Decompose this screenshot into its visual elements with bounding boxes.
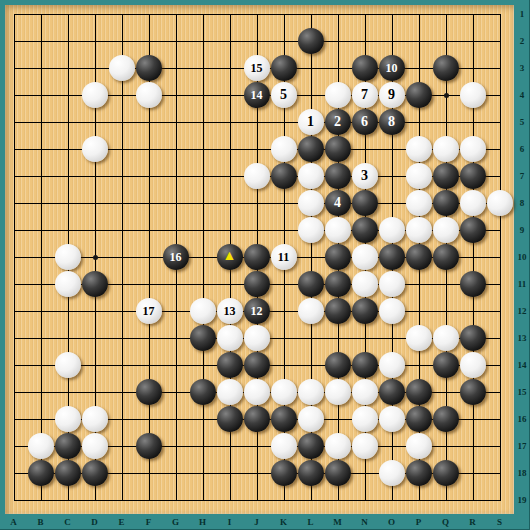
move-number-label: 8 [388,115,395,129]
white-stone-D4[interactable] [82,82,108,108]
black-stone-R9[interactable] [460,217,486,243]
black-stone-Q7[interactable] [433,163,459,189]
black-stone-N14[interactable] [352,352,378,378]
row-label-6: 6 [520,144,525,154]
black-stone-N9[interactable] [352,217,378,243]
black-stone-F3[interactable] [136,55,162,81]
black-stone-O15[interactable] [379,379,405,405]
column-label-A: A [10,517,17,527]
row-label-19: 19 [518,495,527,505]
black-stone-N5[interactable]: 6 [352,109,378,135]
row-label-12: 12 [518,306,527,316]
row-label-9: 9 [520,225,525,235]
white-stone-P9[interactable] [406,217,432,243]
black-stone-N8[interactable] [352,190,378,216]
move-number-label: 6 [361,115,368,129]
black-stone-Q10[interactable] [433,244,459,270]
white-stone-L16[interactable] [298,406,324,432]
black-stone-D18[interactable] [82,460,108,486]
black-stone-M12[interactable] [325,298,351,324]
white-stone-J13[interactable] [244,325,270,351]
column-label-H: H [199,517,206,527]
white-stone-N4[interactable]: 7 [352,82,378,108]
white-stone-P17[interactable] [406,433,432,459]
black-stone-N3[interactable] [352,55,378,81]
white-stone-O11[interactable] [379,271,405,297]
column-label-J: J [254,517,259,527]
white-stone-R4[interactable] [460,82,486,108]
row-label-2: 2 [520,36,525,46]
white-stone-J3[interactable]: 15 [244,55,270,81]
row-label-17: 17 [518,441,527,451]
column-label-N: N [361,517,368,527]
column-label-G: G [172,517,179,527]
black-stone-J12[interactable]: 12 [244,298,270,324]
white-stone-O12[interactable] [379,298,405,324]
white-stone-M4[interactable] [325,82,351,108]
white-stone-N7[interactable]: 3 [352,163,378,189]
black-stone-L11[interactable] [298,271,324,297]
white-stone-P13[interactable] [406,325,432,351]
black-stone-C18[interactable] [55,460,81,486]
go-board-frame: 15101457912683416▲11171312 ABCDEFGHIJKLM… [0,0,530,530]
move-number-label: 11 [278,251,289,263]
row-label-16: 16 [518,414,527,424]
black-stone-F15[interactable] [136,379,162,405]
white-stone-R6[interactable] [460,136,486,162]
column-label-Q: Q [442,517,449,527]
move-number-label: 14 [251,89,263,101]
black-stone-Q8[interactable] [433,190,459,216]
row-label-4: 4 [520,90,525,100]
black-stone-Q3[interactable] [433,55,459,81]
black-stone-K3[interactable] [271,55,297,81]
white-stone-J15[interactable] [244,379,270,405]
black-stone-J14[interactable] [244,352,270,378]
column-label-B: B [37,517,43,527]
grid-line-vertical [500,14,501,501]
white-stone-K15[interactable] [271,379,297,405]
white-stone-N10[interactable] [352,244,378,270]
black-stone-P10[interactable] [406,244,432,270]
black-stone-J4[interactable]: 14 [244,82,270,108]
black-stone-B18[interactable] [28,460,54,486]
black-stone-R7[interactable] [460,163,486,189]
white-stone-L8[interactable] [298,190,324,216]
black-stone-I10[interactable]: ▲ [217,244,243,270]
white-stone-I13[interactable] [217,325,243,351]
white-stone-O18[interactable] [379,460,405,486]
column-label-L: L [307,517,313,527]
triangle-mark-icon: ▲ [223,249,237,263]
black-stone-L2[interactable] [298,28,324,54]
black-stone-M18[interactable] [325,460,351,486]
white-stone-H12[interactable] [190,298,216,324]
black-stone-K7[interactable] [271,163,297,189]
move-number-label: 10 [386,62,398,74]
black-stone-L6[interactable] [298,136,324,162]
white-stone-N16[interactable] [352,406,378,432]
black-stone-K16[interactable] [271,406,297,432]
white-stone-L7[interactable] [298,163,324,189]
white-stone-O9[interactable] [379,217,405,243]
white-stone-I15[interactable] [217,379,243,405]
black-stone-M11[interactable] [325,271,351,297]
black-stone-M7[interactable] [325,163,351,189]
go-board[interactable]: 15101457912683416▲11171312 [5,5,514,514]
white-stone-J7[interactable] [244,163,270,189]
row-label-15: 15 [518,387,527,397]
white-stone-K10[interactable]: 11 [271,244,297,270]
white-stone-S8[interactable] [487,190,513,216]
white-stone-Q13[interactable] [433,325,459,351]
row-label-5: 5 [520,117,525,127]
black-stone-H15[interactable] [190,379,216,405]
white-stone-O14[interactable] [379,352,405,378]
column-label-S: S [497,517,502,527]
white-stone-L5[interactable]: 1 [298,109,324,135]
white-stone-P8[interactable] [406,190,432,216]
move-number-label: 15 [251,62,263,74]
column-label-I: I [228,517,232,527]
move-number-label: 4 [334,196,341,210]
white-stone-L12[interactable] [298,298,324,324]
star-point [93,255,98,260]
move-number-label: 5 [280,88,287,102]
white-stone-Q6[interactable] [433,136,459,162]
black-stone-D11[interactable] [82,271,108,297]
black-stone-P4[interactable] [406,82,432,108]
white-stone-M9[interactable] [325,217,351,243]
row-label-7: 7 [520,171,525,181]
white-stone-D16[interactable] [82,406,108,432]
column-label-O: O [388,517,395,527]
black-stone-Q16[interactable] [433,406,459,432]
move-number-label: 1 [307,115,314,129]
star-point [444,93,449,98]
white-stone-F12[interactable]: 17 [136,298,162,324]
black-stone-G10[interactable]: 16 [163,244,189,270]
white-stone-Q9[interactable] [433,217,459,243]
black-stone-I14[interactable] [217,352,243,378]
column-label-C: C [64,517,71,527]
black-stone-L18[interactable] [298,460,324,486]
white-stone-R14[interactable] [460,352,486,378]
white-stone-K4[interactable]: 5 [271,82,297,108]
move-number-label: 2 [334,115,341,129]
white-stone-N15[interactable] [352,379,378,405]
black-stone-I16[interactable] [217,406,243,432]
row-label-10: 10 [518,252,527,262]
column-label-K: K [280,517,287,527]
grid-line-horizontal [14,500,501,501]
column-label-M: M [333,517,342,527]
black-stone-K18[interactable] [271,460,297,486]
white-stone-K17[interactable] [271,433,297,459]
white-stone-M17[interactable] [325,433,351,459]
black-stone-R13[interactable] [460,325,486,351]
black-stone-O5[interactable]: 8 [379,109,405,135]
row-label-3: 3 [520,63,525,73]
black-stone-R11[interactable] [460,271,486,297]
black-stone-O10[interactable] [379,244,405,270]
black-stone-M14[interactable] [325,352,351,378]
column-label-E: E [118,517,124,527]
move-number-label: 17 [143,305,155,317]
black-stone-J11[interactable] [244,271,270,297]
white-stone-P6[interactable] [406,136,432,162]
white-stone-R8[interactable] [460,190,486,216]
black-stone-M10[interactable] [325,244,351,270]
white-stone-C16[interactable] [55,406,81,432]
move-number-label: 16 [170,251,182,263]
white-stone-K6[interactable] [271,136,297,162]
black-stone-M5[interactable]: 2 [325,109,351,135]
white-stone-P7[interactable] [406,163,432,189]
move-number-label: 13 [224,305,236,317]
white-stone-O16[interactable] [379,406,405,432]
row-label-18: 18 [518,468,527,478]
row-label-11: 11 [518,279,527,289]
white-stone-D6[interactable] [82,136,108,162]
row-label-14: 14 [518,360,527,370]
white-stone-D17[interactable] [82,433,108,459]
black-stone-O3[interactable]: 10 [379,55,405,81]
white-stone-N17[interactable] [352,433,378,459]
column-label-R: R [469,517,476,527]
white-stone-L15[interactable] [298,379,324,405]
white-stone-M15[interactable] [325,379,351,405]
black-stone-Q14[interactable] [433,352,459,378]
black-stone-R15[interactable] [460,379,486,405]
white-stone-O4[interactable]: 9 [379,82,405,108]
black-stone-Q18[interactable] [433,460,459,486]
black-stone-N12[interactable] [352,298,378,324]
black-stone-L17[interactable] [298,433,324,459]
black-stone-F17[interactable] [136,433,162,459]
white-stone-C10[interactable] [55,244,81,270]
move-number-label: 7 [361,88,368,102]
black-stone-M8[interactable]: 4 [325,190,351,216]
black-stone-H13[interactable] [190,325,216,351]
white-stone-C11[interactable] [55,271,81,297]
black-stone-J10[interactable] [244,244,270,270]
column-label-D: D [91,517,98,527]
white-stone-B17[interactable] [28,433,54,459]
move-number-label: 3 [361,169,368,183]
row-label-13: 13 [518,333,527,343]
black-stone-J16[interactable] [244,406,270,432]
black-stone-P15[interactable] [406,379,432,405]
black-stone-M6[interactable] [325,136,351,162]
black-stone-P18[interactable] [406,460,432,486]
white-stone-C14[interactable] [55,352,81,378]
column-label-F: F [146,517,152,527]
column-label-P: P [416,517,422,527]
white-stone-I12[interactable]: 13 [217,298,243,324]
black-stone-C17[interactable] [55,433,81,459]
row-label-1: 1 [520,9,525,19]
row-label-8: 8 [520,198,525,208]
black-stone-P16[interactable] [406,406,432,432]
move-number-label: 12 [251,305,263,317]
move-number-label: 9 [388,88,395,102]
white-stone-F4[interactable] [136,82,162,108]
white-stone-L9[interactable] [298,217,324,243]
white-stone-E3[interactable] [109,55,135,81]
white-stone-N11[interactable] [352,271,378,297]
